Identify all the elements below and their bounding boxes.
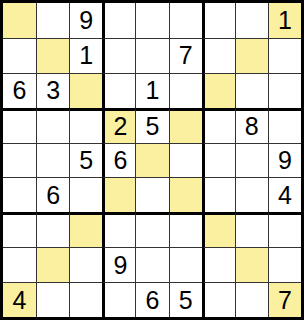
cell-r6c7[interactable]	[202, 177, 235, 212]
cell-r8c1[interactable]	[3, 247, 36, 282]
cell-r5c6[interactable]	[169, 143, 202, 178]
cell-r3c5[interactable]: 1	[135, 73, 168, 108]
cell-r4c4[interactable]: 2	[102, 108, 135, 143]
cell-r6c6[interactable]	[169, 177, 202, 212]
cell-r2c8[interactable]	[235, 38, 268, 73]
cell-r5c7[interactable]	[202, 143, 235, 178]
cell-r4c9[interactable]	[268, 108, 301, 143]
cell-r7c1[interactable]	[3, 212, 36, 247]
cell-r7c9[interactable]	[268, 212, 301, 247]
cell-r4c5[interactable]: 5	[135, 108, 168, 143]
cell-r4c6[interactable]	[169, 108, 202, 143]
cell-r4c8[interactable]: 8	[235, 108, 268, 143]
cell-r5c9[interactable]: 9	[268, 143, 301, 178]
cell-r2c4[interactable]	[102, 38, 135, 73]
cell-r7c5[interactable]	[135, 212, 168, 247]
cell-r2c1[interactable]	[3, 38, 36, 73]
cell-r3c3[interactable]	[69, 73, 102, 108]
cell-r9c1[interactable]: 4	[3, 282, 36, 317]
cell-r1c9[interactable]: 1	[268, 3, 301, 38]
cell-r1c8[interactable]	[235, 3, 268, 38]
cell-r8c9[interactable]	[268, 247, 301, 282]
cell-r6c3[interactable]	[69, 177, 102, 212]
sudoku-board: 91176312585696494657	[0, 0, 304, 320]
cell-r8c6[interactable]	[169, 247, 202, 282]
cell-r2c7[interactable]	[202, 38, 235, 73]
cell-r2c9[interactable]	[268, 38, 301, 73]
cell-r4c2[interactable]	[36, 108, 69, 143]
cell-r9c9[interactable]: 7	[268, 282, 301, 317]
cell-r9c4[interactable]	[102, 282, 135, 317]
cell-r7c7[interactable]	[202, 212, 235, 247]
cell-r8c4[interactable]: 9	[102, 247, 135, 282]
cell-r9c8[interactable]	[235, 282, 268, 317]
cell-r7c2[interactable]	[36, 212, 69, 247]
cell-r5c5[interactable]	[135, 143, 168, 178]
cell-r5c1[interactable]	[3, 143, 36, 178]
cell-r8c3[interactable]	[69, 247, 102, 282]
cell-r7c6[interactable]	[169, 212, 202, 247]
cell-r3c8[interactable]	[235, 73, 268, 108]
cell-r1c5[interactable]	[135, 3, 168, 38]
cell-r9c5[interactable]: 6	[135, 282, 168, 317]
cell-r4c7[interactable]	[202, 108, 235, 143]
cell-r9c2[interactable]	[36, 282, 69, 317]
cell-r7c4[interactable]	[102, 212, 135, 247]
cell-r6c8[interactable]	[235, 177, 268, 212]
cell-r5c8[interactable]	[235, 143, 268, 178]
cell-r8c7[interactable]	[202, 247, 235, 282]
cell-r8c8[interactable]	[235, 247, 268, 282]
cell-r6c2[interactable]: 6	[36, 177, 69, 212]
cell-r1c4[interactable]	[102, 3, 135, 38]
cell-r7c3[interactable]	[69, 212, 102, 247]
cell-r7c8[interactable]	[235, 212, 268, 247]
cell-r3c7[interactable]	[202, 73, 235, 108]
cell-r4c1[interactable]	[3, 108, 36, 143]
cell-r9c6[interactable]: 5	[169, 282, 202, 317]
cell-r5c4[interactable]: 6	[102, 143, 135, 178]
cell-r5c2[interactable]	[36, 143, 69, 178]
cell-r6c4[interactable]	[102, 177, 135, 212]
cell-r9c3[interactable]	[69, 282, 102, 317]
cell-r3c9[interactable]	[268, 73, 301, 108]
cell-r6c9[interactable]: 4	[268, 177, 301, 212]
cell-r4c3[interactable]	[69, 108, 102, 143]
cell-r1c6[interactable]	[169, 3, 202, 38]
cell-r8c2[interactable]	[36, 247, 69, 282]
cell-r3c1[interactable]: 6	[3, 73, 36, 108]
cell-r2c3[interactable]: 1	[69, 38, 102, 73]
cell-r6c1[interactable]	[3, 177, 36, 212]
cell-r1c7[interactable]	[202, 3, 235, 38]
cell-r1c1[interactable]	[3, 3, 36, 38]
cell-r1c3[interactable]: 9	[69, 3, 102, 38]
cell-r1c2[interactable]	[36, 3, 69, 38]
cell-r2c5[interactable]	[135, 38, 168, 73]
cell-r5c3[interactable]: 5	[69, 143, 102, 178]
cell-r8c5[interactable]	[135, 247, 168, 282]
cell-r6c5[interactable]	[135, 177, 168, 212]
cell-r9c7[interactable]	[202, 282, 235, 317]
cell-r3c4[interactable]	[102, 73, 135, 108]
cell-r2c2[interactable]	[36, 38, 69, 73]
cell-r2c6[interactable]: 7	[169, 38, 202, 73]
cell-r3c2[interactable]: 3	[36, 73, 69, 108]
cell-r3c6[interactable]	[169, 73, 202, 108]
